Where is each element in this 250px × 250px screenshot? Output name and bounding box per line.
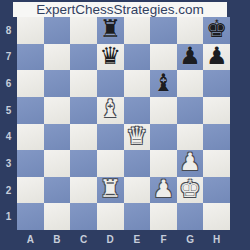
file-label-c: C	[70, 230, 97, 248]
square-a5	[17, 97, 44, 124]
site-header: ExpertChessStrategies.com	[13, 2, 227, 17]
white-bishop-d5: ♝	[99, 97, 121, 121]
square-h7: ♟	[203, 44, 230, 71]
square-c8	[70, 17, 97, 44]
square-e4: ♛	[124, 124, 151, 151]
square-h4	[203, 124, 230, 151]
square-a7	[17, 44, 44, 71]
square-f6: ♝	[150, 70, 177, 97]
square-g6	[177, 70, 204, 97]
file-label-g: G	[177, 230, 204, 248]
square-d4	[97, 124, 124, 151]
square-a2	[17, 177, 44, 204]
square-h6	[203, 70, 230, 97]
square-c4	[70, 124, 97, 151]
black-pawn-h7: ♟	[206, 44, 228, 68]
rank-label-1: 1	[0, 203, 17, 230]
white-pawn-g3: ♟	[179, 150, 201, 174]
square-f7	[150, 44, 177, 71]
square-d3	[97, 150, 124, 177]
square-d6	[97, 70, 124, 97]
page: ExpertChessStrategies.com ♜♚♛♟♟♝♝♛♟♜♟♚ 8…	[0, 0, 250, 250]
square-g2: ♚	[177, 177, 204, 204]
square-g5	[177, 97, 204, 124]
black-pawn-g7: ♟	[179, 44, 201, 68]
square-h8: ♚	[203, 17, 230, 44]
square-g1	[177, 203, 204, 230]
square-a3	[17, 150, 44, 177]
black-bishop-f6: ♝	[153, 71, 175, 95]
rank-label-8: 8	[0, 17, 17, 44]
square-f8	[150, 17, 177, 44]
square-h2	[203, 177, 230, 204]
square-h1	[203, 203, 230, 230]
square-e7	[124, 44, 151, 71]
square-c7	[70, 44, 97, 71]
square-g3: ♟	[177, 150, 204, 177]
black-king-h8: ♚	[206, 17, 228, 41]
square-g7: ♟	[177, 44, 204, 71]
square-f3	[150, 150, 177, 177]
square-c3	[70, 150, 97, 177]
square-b1	[44, 203, 71, 230]
square-b3	[44, 150, 71, 177]
square-e2	[124, 177, 151, 204]
square-d1	[97, 203, 124, 230]
rank-label-6: 6	[0, 70, 17, 97]
square-b4	[44, 124, 71, 151]
square-g8	[177, 17, 204, 44]
square-b7	[44, 44, 71, 71]
square-b8	[44, 17, 71, 44]
black-rook-d8: ♜	[99, 17, 121, 41]
square-f4	[150, 124, 177, 151]
file-label-h: H	[203, 230, 230, 248]
square-f5	[150, 97, 177, 124]
square-d5: ♝	[97, 97, 124, 124]
rank-label-7: 7	[0, 44, 17, 71]
square-f2: ♟	[150, 177, 177, 204]
site-title: ExpertChessStrategies.com	[36, 2, 203, 17]
square-h3	[203, 150, 230, 177]
square-e3	[124, 150, 151, 177]
square-c2	[70, 177, 97, 204]
square-g4	[177, 124, 204, 151]
square-a8	[17, 17, 44, 44]
file-label-a: A	[17, 230, 44, 248]
square-f1	[150, 203, 177, 230]
file-label-e: E	[124, 230, 151, 248]
white-pawn-f2: ♟	[153, 177, 175, 201]
square-d7: ♛	[97, 44, 124, 71]
white-king-g2: ♚	[179, 177, 201, 201]
chess-board: ♜♚♛♟♟♝♝♛♟♜♟♚	[17, 17, 230, 230]
square-e6	[124, 70, 151, 97]
file-label-d: D	[97, 230, 124, 248]
square-e1	[124, 203, 151, 230]
file-labels: ABCDEFGH	[17, 230, 230, 248]
square-h5	[203, 97, 230, 124]
file-label-f: F	[150, 230, 177, 248]
square-e8	[124, 17, 151, 44]
square-a6	[17, 70, 44, 97]
square-b5	[44, 97, 71, 124]
square-a4	[17, 124, 44, 151]
rank-label-4: 4	[0, 124, 17, 151]
black-queen-d7: ♛	[99, 44, 121, 68]
white-rook-d2: ♜	[99, 177, 121, 201]
square-a1	[17, 203, 44, 230]
white-queen-e4: ♛	[126, 124, 148, 148]
file-label-b: B	[44, 230, 71, 248]
square-c5	[70, 97, 97, 124]
square-d8: ♜	[97, 17, 124, 44]
square-b6	[44, 70, 71, 97]
square-e5	[124, 97, 151, 124]
square-d2: ♜	[97, 177, 124, 204]
rank-labels: 87654321	[0, 17, 17, 230]
rank-label-2: 2	[0, 177, 17, 204]
rank-label-5: 5	[0, 97, 17, 124]
square-c6	[70, 70, 97, 97]
square-b2	[44, 177, 71, 204]
rank-label-3: 3	[0, 150, 17, 177]
square-c1	[70, 203, 97, 230]
